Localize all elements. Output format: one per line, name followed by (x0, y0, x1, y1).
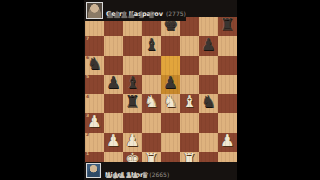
top-player-captured-pieces: ♟♟♟♟♝♛ (106, 11, 154, 20)
captured-bishop-icon: ♝ (137, 11, 144, 20)
square-a6[interactable]: 6♞ (85, 56, 104, 75)
black-pawn[interactable]: ♟ (104, 74, 123, 93)
square-a7[interactable]: 7 (85, 36, 104, 55)
black-pawn[interactable]: ♟ (199, 35, 218, 54)
square-f5[interactable] (180, 75, 199, 94)
square-h5[interactable] (218, 75, 237, 94)
square-c5[interactable]: ♝ (123, 75, 142, 94)
square-c4[interactable]: ♜ (123, 94, 142, 113)
square-g2[interactable] (199, 133, 218, 152)
square-d3[interactable] (142, 113, 161, 132)
captured-pawn-icon: ♟ (127, 11, 134, 20)
square-g6[interactable] (199, 56, 218, 75)
square-e5[interactable]: ♟ (161, 75, 180, 94)
square-f7[interactable] (180, 36, 199, 55)
top-player-rating: (2775) (166, 10, 186, 17)
square-g4[interactable]: ♞ (199, 94, 218, 113)
rank-label-7: 7 (86, 37, 89, 42)
captured-pawn-icon: ♟ (132, 171, 139, 180)
square-h7[interactable] (218, 36, 237, 55)
white-knight[interactable]: ♞ (161, 93, 180, 112)
rank-label-4: 4 (86, 95, 89, 100)
square-d4[interactable]: ♞ (142, 94, 161, 113)
square-d2[interactable] (142, 133, 161, 152)
square-b6[interactable] (104, 56, 123, 75)
square-b5[interactable]: ♟ (104, 75, 123, 94)
square-c3[interactable] (123, 113, 142, 132)
square-h6[interactable] (218, 56, 237, 75)
app-content: 8♚♜7♝♟6♞5♟♝♟4♜♞♞♝♞3♟2♟♟♟1♚♜♜ Gerry Kaspa… (84, 0, 237, 180)
rank-label-1: 1 (86, 152, 89, 157)
square-a3[interactable]: 3♟ (85, 113, 104, 132)
square-a5[interactable]: 5 (85, 75, 104, 94)
square-c6[interactable] (123, 56, 142, 75)
square-e2[interactable] (161, 133, 180, 152)
rank-label-2: 2 (86, 133, 89, 138)
white-pawn[interactable]: ♟ (104, 132, 123, 151)
square-g3[interactable] (199, 113, 218, 132)
square-c2[interactable]: ♟ (123, 133, 142, 152)
square-h2[interactable]: ♟ (218, 133, 237, 152)
captured-queen-icon: ♛ (141, 171, 148, 180)
square-e6[interactable] (161, 56, 180, 75)
captured-queen-icon: ♛ (147, 11, 154, 20)
white-pawn[interactable]: ♟ (123, 132, 142, 151)
black-bishop[interactable]: ♝ (123, 74, 142, 93)
square-e4[interactable]: ♞ (161, 94, 180, 113)
square-b3[interactable] (104, 113, 123, 132)
captured-pawn-icon: ♟ (105, 171, 112, 180)
bottom-player-rating: (2665) (149, 171, 169, 178)
white-pawn[interactable]: ♟ (218, 132, 237, 151)
bottom-player-captured-pieces: ♟♟♟♟♟♛ (105, 171, 148, 180)
video-frame: 8♚♜7♝♟6♞5♟♝♟4♜♞♞♝♞3♟2♟♟♟1♚♜♜ Gerry Kaspa… (0, 0, 320, 180)
square-f2[interactable] (180, 133, 199, 152)
bottom-player-bar: Nigel Short(2665) ♟♟♟♟♟♛ (84, 162, 237, 180)
white-bishop[interactable]: ♝ (180, 93, 199, 112)
black-rook[interactable]: ♜ (123, 93, 142, 112)
square-b4[interactable] (104, 94, 123, 113)
square-a4[interactable]: 4 (85, 94, 104, 113)
square-f4[interactable]: ♝ (180, 94, 199, 113)
black-rook[interactable]: ♜ (218, 16, 237, 35)
captured-pawn-icon: ♟ (125, 171, 132, 180)
square-h3[interactable] (218, 113, 237, 132)
square-f3[interactable] (180, 113, 199, 132)
square-h8[interactable]: ♜ (218, 17, 237, 36)
square-e3[interactable] (161, 113, 180, 132)
white-pawn[interactable]: ♟ (85, 112, 104, 131)
square-d7[interactable]: ♝ (142, 36, 161, 55)
square-a2[interactable]: 2 (85, 133, 104, 152)
rank-label-5: 5 (86, 75, 89, 80)
black-pawn[interactable]: ♟ (161, 74, 180, 93)
square-e7[interactable] (161, 36, 180, 55)
square-h4[interactable] (218, 94, 237, 113)
captured-pawn-icon: ♟ (118, 171, 125, 180)
square-g5[interactable] (199, 75, 218, 94)
black-knight[interactable]: ♞ (85, 55, 104, 74)
square-b7[interactable] (104, 36, 123, 55)
square-f6[interactable] (180, 56, 199, 75)
square-d6[interactable] (142, 56, 161, 75)
top-player-avatar (86, 2, 103, 19)
bottom-player-avatar (86, 163, 101, 178)
black-bishop[interactable]: ♝ (142, 35, 161, 54)
square-b2[interactable]: ♟ (104, 133, 123, 152)
square-g7[interactable]: ♟ (199, 36, 218, 55)
square-c7[interactable] (123, 36, 142, 55)
black-knight[interactable]: ♞ (199, 93, 218, 112)
chess-board: 8♚♜7♝♟6♞5♟♝♟4♜♞♞♝♞3♟2♟♟♟1♚♜♜ (85, 17, 237, 171)
white-knight[interactable]: ♞ (142, 93, 161, 112)
square-g8[interactable] (199, 17, 218, 36)
square-d5[interactable] (142, 75, 161, 94)
